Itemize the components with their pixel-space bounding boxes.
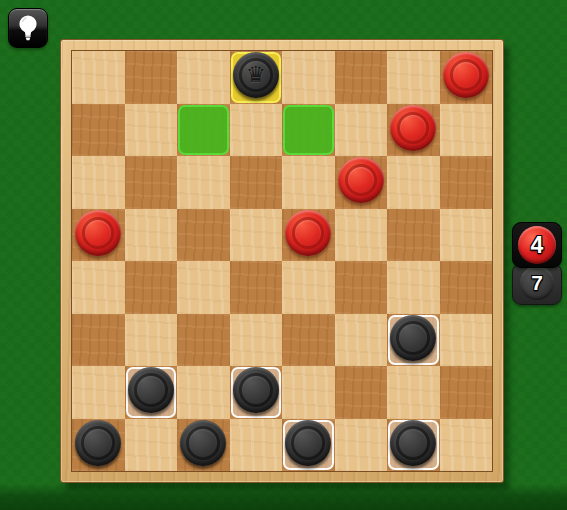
black-score-counter: 7 (520, 266, 554, 300)
board-cell-r4c6 (387, 261, 440, 314)
board-cell-r2c3[interactable] (230, 156, 283, 209)
black-piece[interactable] (233, 367, 279, 413)
board-cell-r3c7 (440, 209, 493, 262)
board-cell-r2c0 (72, 156, 125, 209)
board-cell-r6c3[interactable] (230, 366, 283, 419)
board-cell-r5c0[interactable] (72, 314, 125, 367)
board-cell-r1c5 (335, 104, 388, 157)
red-piece[interactable] (285, 210, 331, 256)
red-score-value: 4 (531, 232, 544, 259)
red-score-tile: 4 (512, 222, 562, 268)
checkers-board-frame: ♛ (60, 39, 504, 483)
board-cell-r1c4[interactable] (282, 104, 335, 157)
board-cell-r6c1[interactable] (125, 366, 178, 419)
board-cell-r7c2[interactable] (177, 419, 230, 472)
board-cell-r7c3 (230, 419, 283, 472)
board-cell-r1c3 (230, 104, 283, 157)
board-cell-r6c6 (387, 366, 440, 419)
black-score-value: 7 (531, 271, 543, 295)
board-cell-r5c3 (230, 314, 283, 367)
board-cell-r7c4[interactable] (282, 419, 335, 472)
board-cell-r1c7 (440, 104, 493, 157)
board-cell-r2c5[interactable] (335, 156, 388, 209)
board-cell-r0c3[interactable]: ♛ (230, 51, 283, 104)
board-cell-r5c5 (335, 314, 388, 367)
board-cell-r3c3 (230, 209, 283, 262)
board-cell-r6c5[interactable] (335, 366, 388, 419)
red-piece[interactable] (443, 52, 489, 98)
board-cell-r5c7 (440, 314, 493, 367)
move-target-highlight[interactable] (178, 105, 229, 156)
black-piece[interactable] (285, 420, 331, 466)
board-cell-r7c7 (440, 419, 493, 472)
black-piece[interactable] (128, 367, 174, 413)
board-cell-r5c6[interactable] (387, 314, 440, 367)
black-piece[interactable] (75, 420, 121, 466)
black-score-tile: 7 (512, 263, 562, 305)
board-cell-r4c0 (72, 261, 125, 314)
board-cell-r4c5[interactable] (335, 261, 388, 314)
board-cell-r2c1[interactable] (125, 156, 178, 209)
board-cell-r3c0[interactable] (72, 209, 125, 262)
board-cell-r1c6[interactable] (387, 104, 440, 157)
red-piece[interactable] (338, 157, 384, 203)
board-cell-r6c0 (72, 366, 125, 419)
board-cell-r3c5 (335, 209, 388, 262)
board-cell-r5c1 (125, 314, 178, 367)
board-cell-r4c1[interactable] (125, 261, 178, 314)
hint-button[interactable] (8, 8, 48, 48)
board-cell-r0c4 (282, 51, 335, 104)
board-cell-r1c2[interactable] (177, 104, 230, 157)
black-piece[interactable] (390, 420, 436, 466)
move-target-highlight[interactable] (283, 105, 334, 156)
board-cell-r0c2 (177, 51, 230, 104)
board-cell-r0c1[interactable] (125, 51, 178, 104)
board-cell-r5c2[interactable] (177, 314, 230, 367)
board-cell-r2c4 (282, 156, 335, 209)
board-cell-r6c7[interactable] (440, 366, 493, 419)
board-cell-r4c7[interactable] (440, 261, 493, 314)
board-cell-r7c1 (125, 419, 178, 472)
board-cell-r7c0[interactable] (72, 419, 125, 472)
score-panel: 4 7 (512, 222, 562, 305)
board-cell-r7c5 (335, 419, 388, 472)
red-score-counter: 4 (518, 226, 556, 264)
black-king-piece[interactable]: ♛ (233, 52, 279, 98)
board-cell-r2c6 (387, 156, 440, 209)
board-cell-r7c6[interactable] (387, 419, 440, 472)
table-edge-shadow (0, 484, 567, 510)
board-cell-r3c1 (125, 209, 178, 262)
board-cell-r4c2 (177, 261, 230, 314)
board-cell-r0c7[interactable] (440, 51, 493, 104)
board-cell-r0c0 (72, 51, 125, 104)
board-cell-r0c6 (387, 51, 440, 104)
board-cell-r6c2 (177, 366, 230, 419)
board-cell-r2c7[interactable] (440, 156, 493, 209)
board-cell-r1c0[interactable] (72, 104, 125, 157)
black-piece[interactable] (180, 420, 226, 466)
board-cell-r0c5[interactable] (335, 51, 388, 104)
board-cell-r3c4[interactable] (282, 209, 335, 262)
king-crown-icon: ♛ (233, 52, 279, 98)
black-piece[interactable] (390, 315, 436, 361)
board-grid: ♛ (71, 50, 493, 472)
board-cell-r4c4 (282, 261, 335, 314)
board-cell-r2c2 (177, 156, 230, 209)
lightbulb-icon (16, 13, 40, 43)
board-cell-r1c1 (125, 104, 178, 157)
board-cell-r6c4 (282, 366, 335, 419)
red-piece[interactable] (75, 210, 121, 256)
board-cell-r5c4[interactable] (282, 314, 335, 367)
board-cell-r3c6[interactable] (387, 209, 440, 262)
board-cell-r4c3[interactable] (230, 261, 283, 314)
red-piece[interactable] (390, 105, 436, 151)
board-cell-r3c2[interactable] (177, 209, 230, 262)
